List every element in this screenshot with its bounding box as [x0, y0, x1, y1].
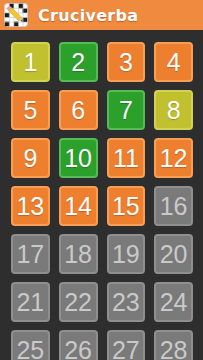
level-number: 11: [113, 146, 139, 171]
level-number: 3: [119, 50, 133, 75]
level-number: 9: [23, 146, 37, 171]
level-tile-19: 19: [107, 234, 146, 274]
level-number: 17: [16, 242, 44, 267]
level-tile-27: 27: [107, 330, 146, 360]
level-number: 16: [160, 194, 188, 219]
level-number: 27: [112, 338, 140, 360]
level-tile-10[interactable]: 10: [59, 138, 98, 178]
level-number: 14: [64, 194, 92, 219]
level-tile-23: 23: [107, 282, 146, 322]
level-number: 25: [16, 338, 44, 360]
level-tile-20: 20: [154, 234, 193, 274]
level-number: 8: [167, 98, 181, 123]
level-tile-16: 16: [154, 186, 193, 226]
level-number: 10: [64, 146, 92, 171]
crossword-pencil-icon: [4, 3, 28, 27]
level-tile-8[interactable]: 8: [154, 90, 193, 130]
level-number: 15: [112, 194, 140, 219]
level-number: 5: [23, 98, 37, 123]
level-tile-1[interactable]: 1: [11, 42, 50, 82]
level-tile-28: 28: [154, 330, 193, 360]
level-tile-26: 26: [59, 330, 98, 360]
level-tile-21: 21: [11, 282, 50, 322]
level-number: 12: [160, 146, 188, 171]
level-grid: 1234567891011121314151617181920212223242…: [0, 30, 203, 360]
level-tile-11[interactable]: 11: [107, 138, 146, 178]
level-number: 4: [167, 50, 181, 75]
level-tile-2[interactable]: 2: [59, 42, 98, 82]
level-number: 23: [112, 290, 140, 315]
level-number: 19: [112, 242, 140, 267]
level-tile-15[interactable]: 15: [107, 186, 146, 226]
level-tile-22: 22: [59, 282, 98, 322]
level-number: 22: [64, 290, 92, 315]
level-tile-24: 24: [154, 282, 193, 322]
app-screen: Cruciverba 12345678910111213141516171819…: [0, 0, 203, 360]
level-tile-25: 25: [11, 330, 50, 360]
level-tile-7[interactable]: 7: [107, 90, 146, 130]
level-tile-4[interactable]: 4: [154, 42, 193, 82]
level-number: 20: [160, 242, 188, 267]
level-number: 6: [71, 98, 85, 123]
level-number: 18: [64, 242, 92, 267]
level-tile-5[interactable]: 5: [11, 90, 50, 130]
level-number: 26: [64, 338, 92, 360]
level-tile-6[interactable]: 6: [59, 90, 98, 130]
level-tile-9[interactable]: 9: [11, 138, 50, 178]
level-tile-14[interactable]: 14: [59, 186, 98, 226]
level-number: 7: [119, 98, 133, 123]
level-tile-18: 18: [59, 234, 98, 274]
level-number: 13: [16, 194, 44, 219]
level-number: 2: [71, 50, 85, 75]
level-number: 21: [16, 290, 44, 315]
level-tile-17: 17: [11, 234, 50, 274]
level-number: 1: [23, 50, 37, 75]
app-title: Cruciverba: [38, 6, 138, 25]
level-tile-13[interactable]: 13: [11, 186, 50, 226]
app-header: Cruciverba: [0, 0, 203, 30]
level-tile-3[interactable]: 3: [107, 42, 146, 82]
level-number: 24: [160, 290, 188, 315]
level-number: 28: [160, 338, 188, 360]
level-tile-12[interactable]: 12: [154, 138, 193, 178]
